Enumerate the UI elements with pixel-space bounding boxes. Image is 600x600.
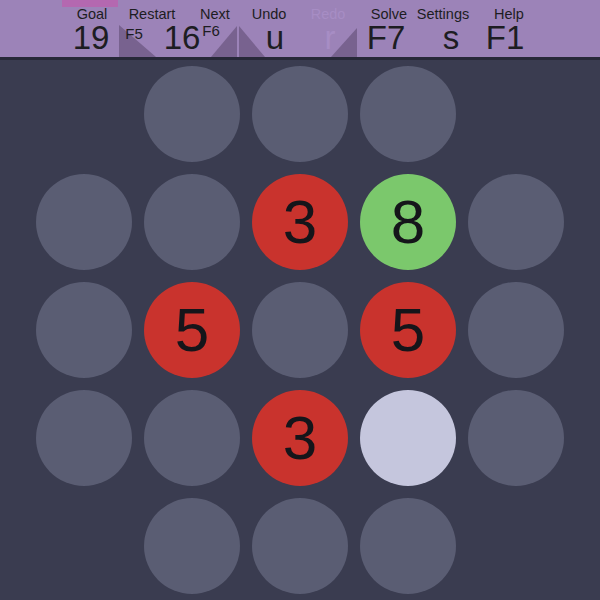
empty-slot[interactable] bbox=[36, 174, 132, 270]
cell-r2c5 bbox=[462, 168, 570, 276]
number-piece[interactable]: 3 bbox=[252, 390, 348, 486]
cell-r1c1 bbox=[30, 60, 138, 168]
cell-r5c2 bbox=[138, 492, 246, 600]
board-grid: 38553 bbox=[30, 60, 570, 600]
cell-r4c3: 3 bbox=[246, 384, 354, 492]
next-key-hint[interactable]: F6 bbox=[202, 23, 220, 38]
cell-r5c4 bbox=[354, 492, 462, 600]
number-piece[interactable]: 5 bbox=[360, 282, 456, 378]
solve-key-hint[interactable]: F7 bbox=[367, 21, 406, 54]
cell-r2c4: 8 bbox=[354, 168, 462, 276]
goal-value: 19 bbox=[73, 21, 110, 54]
cell-r3c2: 5 bbox=[138, 276, 246, 384]
empty-slot[interactable] bbox=[144, 66, 240, 162]
number-piece[interactable]: 8 bbox=[360, 174, 456, 270]
undo-key-hint[interactable]: u bbox=[266, 21, 284, 54]
cell-r2c1 bbox=[30, 168, 138, 276]
cell-r1c3 bbox=[246, 60, 354, 168]
cell-r2c2 bbox=[138, 168, 246, 276]
next-button[interactable]: Next bbox=[200, 6, 230, 22]
cell-r3c5 bbox=[462, 276, 570, 384]
selected-slot[interactable] bbox=[360, 390, 456, 486]
settings-key-hint[interactable]: s bbox=[443, 21, 460, 54]
restart-key-hint[interactable]: F5 bbox=[125, 26, 143, 41]
empty-slot[interactable] bbox=[468, 174, 564, 270]
cell-r1c4 bbox=[354, 60, 462, 168]
empty-slot[interactable] bbox=[144, 174, 240, 270]
empty-slot[interactable] bbox=[360, 498, 456, 594]
next-value[interactable]: 16 bbox=[164, 21, 201, 54]
toolbar: Goal 19 Restart F5 Next 16 F6 Undo u Red… bbox=[0, 0, 600, 57]
empty-slot[interactable] bbox=[360, 66, 456, 162]
cell-r4c4 bbox=[354, 384, 462, 492]
empty-slot[interactable] bbox=[252, 498, 348, 594]
empty-slot[interactable] bbox=[144, 498, 240, 594]
cell-r1c2 bbox=[138, 60, 246, 168]
cell-r3c4: 5 bbox=[354, 276, 462, 384]
empty-slot[interactable] bbox=[36, 390, 132, 486]
cell-r2c3: 3 bbox=[246, 168, 354, 276]
cell-r3c1 bbox=[30, 276, 138, 384]
help-key-hint[interactable]: F1 bbox=[486, 21, 525, 54]
number-piece[interactable]: 3 bbox=[252, 174, 348, 270]
cell-r5c5 bbox=[462, 492, 570, 600]
cell-r3c3 bbox=[246, 276, 354, 384]
empty-slot[interactable] bbox=[468, 282, 564, 378]
empty-slot[interactable] bbox=[144, 390, 240, 486]
cell-r5c3 bbox=[246, 492, 354, 600]
cell-r5c1 bbox=[30, 492, 138, 600]
cell-r4c5 bbox=[462, 384, 570, 492]
redo-key-hint[interactable]: r bbox=[325, 21, 336, 54]
empty-slot[interactable] bbox=[468, 390, 564, 486]
cell-r1c5 bbox=[462, 60, 570, 168]
game-board: 38553 bbox=[0, 60, 600, 600]
empty-slot[interactable] bbox=[252, 66, 348, 162]
cell-r4c2 bbox=[138, 384, 246, 492]
empty-slot[interactable] bbox=[36, 282, 132, 378]
number-piece[interactable]: 5 bbox=[144, 282, 240, 378]
cell-r4c1 bbox=[30, 384, 138, 492]
empty-slot[interactable] bbox=[252, 282, 348, 378]
